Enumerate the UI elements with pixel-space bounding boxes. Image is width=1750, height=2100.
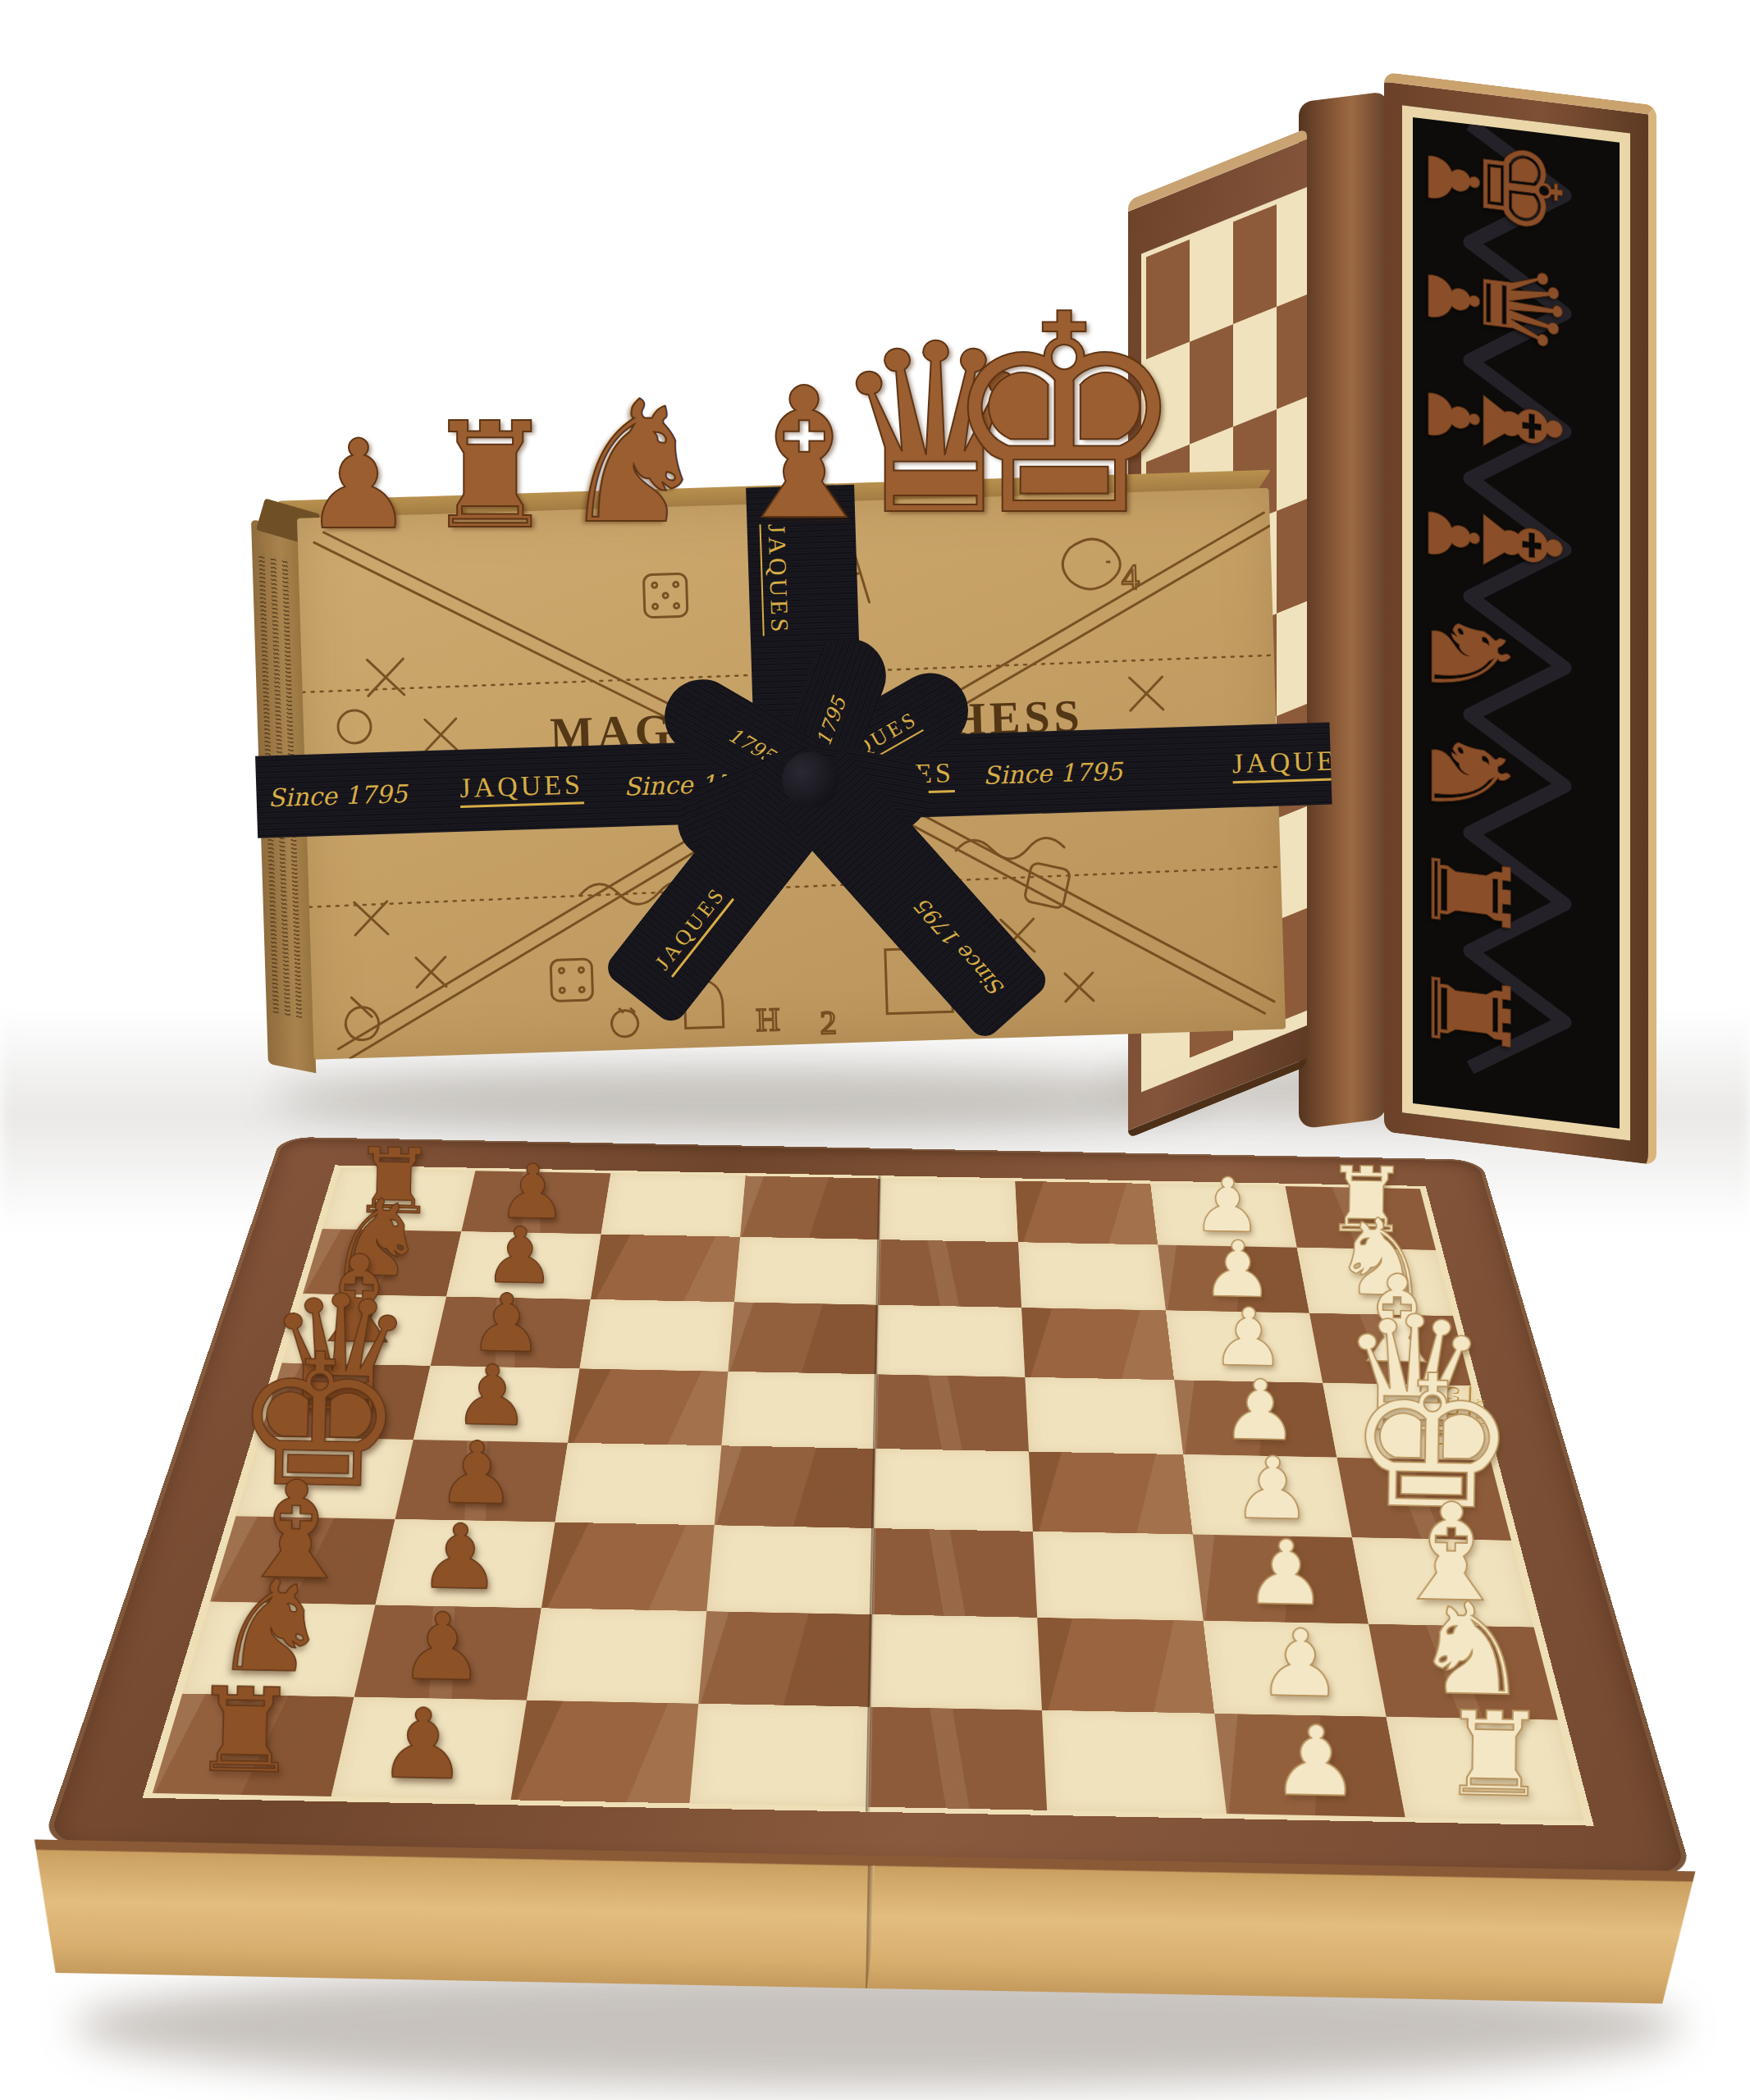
- white-pawn: ♟: [1200, 1230, 1274, 1308]
- svg-text:2: 2: [820, 1004, 837, 1042]
- tray-row: ♟♝: [1413, 359, 1620, 490]
- square-r2c3: [728, 1302, 878, 1374]
- stored-bishop: ♝: [1467, 370, 1575, 481]
- square-r4c1: ♟: [395, 1440, 568, 1522]
- white-king: ♚: [1345, 1349, 1519, 1536]
- square-r3c5: [1026, 1377, 1183, 1454]
- square-r5c1: ♟: [376, 1519, 555, 1608]
- square-r5c4: [872, 1528, 1038, 1617]
- tray-row: ♟♛: [1413, 240, 1620, 371]
- square-r1c0: ♞: [303, 1229, 461, 1296]
- square-r2c4: [876, 1304, 1025, 1376]
- square-r7c4: [868, 1707, 1047, 1810]
- square-r3c7: ♛: [1323, 1383, 1491, 1461]
- square-r4c4: [874, 1449, 1033, 1532]
- tray-row: ♞: [1413, 596, 1620, 727]
- square-r4c5: [1029, 1452, 1192, 1535]
- square-r3c6: ♟: [1174, 1380, 1336, 1458]
- square-r4c0: ♚: [235, 1437, 414, 1519]
- stored-rook: ♜: [1415, 956, 1524, 1067]
- tray-row: ♟♝: [1413, 478, 1620, 609]
- square-r1c7: ♞: [1297, 1248, 1453, 1316]
- square-r1c2: [591, 1235, 740, 1303]
- svg-text:H: H: [756, 1001, 780, 1039]
- square-r3c0: ♛: [260, 1363, 431, 1440]
- folded-face-square: [1277, 596, 1307, 715]
- square-r6c0: ♞: [182, 1601, 375, 1696]
- folded-face-square: [1146, 341, 1190, 461]
- square-r7c5: [1042, 1710, 1226, 1814]
- square-r7c6: ♟: [1214, 1714, 1405, 1818]
- board-brand-stamp: JAQUES LONDON: [1428, 1373, 1489, 1462]
- black-pawn: ♟: [436, 1430, 518, 1517]
- white-pawn: ♟: [1256, 1616, 1344, 1710]
- black-pawn: ♟: [453, 1354, 532, 1438]
- black-queen: ♛: [263, 1273, 416, 1436]
- bow-tail-text: JAQUES: [650, 882, 733, 978]
- square-r2c6: ♟: [1165, 1310, 1322, 1382]
- stored-queen: ♛: [1467, 251, 1575, 362]
- white-pawn: ♟: [1221, 1368, 1300, 1453]
- square-r6c3: [698, 1611, 872, 1707]
- stored-knight: ♞: [1415, 600, 1524, 711]
- square-r1c4: [878, 1239, 1021, 1308]
- folded-face-square: [1277, 494, 1307, 614]
- black-king: ♚: [231, 1328, 407, 1514]
- square-r6c5: [1037, 1618, 1213, 1714]
- gift-box: 4 2 H MAGNETIC CHESS JAQUES Since 1795 J…: [297, 488, 1286, 1060]
- square-r3c1: ♟: [414, 1366, 579, 1443]
- square-r4c3: [714, 1445, 875, 1528]
- ribbon-brand-text: JAQUES: [459, 769, 584, 808]
- lid-felt-interior: ♟♚♟♛♟♝♟♝♞♞♜♜: [1402, 105, 1630, 1140]
- square-r5c3: [706, 1525, 874, 1614]
- board-logo-jaques: JAQUES: [1428, 1383, 1471, 1450]
- ribbon-since-text: Since 1795: [267, 779, 408, 812]
- white-pawn: ♟: [1231, 1445, 1313, 1532]
- ribbon-brand-text: JAQUES: [760, 523, 794, 636]
- square-r2c0: ♝: [282, 1294, 447, 1366]
- stored-rook: ♜: [1415, 838, 1524, 949]
- square-r1c5: [1018, 1242, 1165, 1310]
- tray-row: ♞: [1413, 715, 1620, 846]
- folded-face-square: [1233, 204, 1277, 324]
- square-r6c4: [870, 1614, 1043, 1710]
- square-r6c6: ♟: [1203, 1621, 1386, 1717]
- square-r3c3: [721, 1372, 876, 1449]
- folded-face-square: [1277, 289, 1307, 409]
- board-squares: ♜♟♟♜♞♟♟♞♝♟♟♝♛♟♟♛♚♟♟♚♝♟♟♝♞♟♟♞♜♟♟♜: [153, 1168, 1584, 1820]
- board-shadow: [74, 1965, 1682, 2088]
- black-pawn: ♟: [468, 1282, 545, 1363]
- square-r2c7: ♝: [1309, 1313, 1471, 1386]
- square-r5c7: ♝: [1352, 1537, 1534, 1627]
- folded-face-square: [1277, 391, 1307, 511]
- board-playing-area: ♜♟♟♜♞♟♟♞♝♟♟♝♛♟♟♛♚♟♟♚♝♟♟♝♞♟♟♞♜♟♟♜: [143, 1165, 1594, 1825]
- stored-king: ♚: [1467, 133, 1575, 244]
- square-r7c0: ♜: [153, 1694, 354, 1797]
- square-r7c3: [689, 1704, 870, 1807]
- square-r3c2: [568, 1368, 729, 1445]
- black-rook: ♜: [190, 1672, 300, 1790]
- square-r5c6: ♟: [1192, 1535, 1368, 1624]
- folded-face-square: [1233, 307, 1277, 427]
- square-r5c2: [541, 1522, 714, 1611]
- black-pawn: ♟: [377, 1695, 469, 1793]
- square-r2c5: [1021, 1308, 1173, 1380]
- square-r6c7: ♞: [1368, 1623, 1558, 1719]
- board-walnut-frame: ♜♟♟♜♞♟♟♞♝♟♟♝♛♟♟♛♚♟♟♚♝♟♟♝♞♟♟♞♜♟♟♜ JAQUES …: [41, 1137, 1693, 1879]
- white-queen: ♛: [1338, 1294, 1490, 1456]
- square-r7c7: ♜: [1386, 1717, 1583, 1821]
- square-r4c6: ♟: [1183, 1454, 1352, 1537]
- black-knight: ♞: [211, 1562, 332, 1691]
- square-r2c1: ♟: [431, 1296, 591, 1368]
- square-r5c5: [1033, 1532, 1203, 1621]
- square-r5c0: ♝: [210, 1516, 395, 1605]
- square-r1c1: ♟: [446, 1231, 601, 1299]
- folded-face-square: [1190, 324, 1233, 444]
- black-pawn: ♟: [398, 1600, 487, 1694]
- white-bishop: ♝: [1340, 1258, 1454, 1381]
- black-bishop: ♝: [301, 1239, 417, 1361]
- square-r7c1: ♟: [331, 1697, 527, 1801]
- black-pawn: ♟: [418, 1511, 503, 1601]
- board-logo-london: LONDON: [1472, 1377, 1488, 1463]
- ribbon-brand-text: JAQUES: [1231, 745, 1332, 784]
- square-r6c1: ♟: [354, 1605, 541, 1700]
- folded-face-square: [1190, 221, 1233, 341]
- product-photo-jaques-chess-set: ♟♚♟♛♟♝♟♝♞♞♜♜: [0, 0, 1750, 2100]
- square-r7c2: [510, 1701, 698, 1804]
- tray-row: ♜: [1413, 833, 1620, 964]
- white-rook: ♜: [1439, 1696, 1549, 1814]
- black-bishop: ♝: [231, 1463, 360, 1600]
- white-pawn: ♟: [1210, 1297, 1286, 1378]
- white-pawn: ♟: [1270, 1712, 1361, 1810]
- square-r2c2: [579, 1299, 734, 1372]
- stored-bishop: ♝: [1467, 489, 1575, 600]
- board-fold-seam: [866, 1176, 882, 1812]
- square-r1c6: ♟: [1158, 1245, 1309, 1313]
- white-knight: ♞: [1411, 1585, 1532, 1714]
- square-r6c2: [526, 1608, 706, 1704]
- stored-knight: ♞: [1415, 719, 1524, 830]
- board-spine: [1299, 91, 1387, 1129]
- stored-pieces-tray: ♟♚♟♛♟♝♟♝♞♞♜♜: [1413, 122, 1620, 1083]
- folded-face-square: [1277, 186, 1307, 306]
- folded-board-open-lid: ♟♚♟♛♟♝♟♝♞♞♜♜: [1384, 72, 1656, 1166]
- folded-face-square: [1146, 240, 1190, 359]
- svg-text:4: 4: [1121, 557, 1140, 598]
- white-pawn: ♟: [1243, 1527, 1327, 1618]
- square-r4c2: [555, 1443, 721, 1526]
- square-r3c4: [875, 1374, 1030, 1451]
- square-r1c3: [734, 1237, 880, 1305]
- ribbon-since-text: Since 1795: [983, 757, 1123, 790]
- white-bishop: ♝: [1387, 1485, 1515, 1622]
- square-r4c7: ♚: [1336, 1458, 1511, 1541]
